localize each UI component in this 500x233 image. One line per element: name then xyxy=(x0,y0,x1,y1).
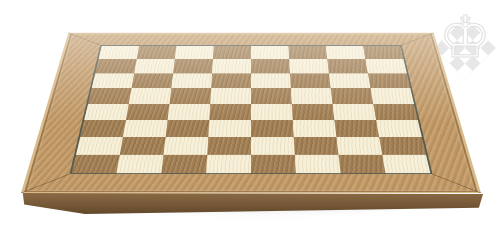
square-c7 xyxy=(173,59,213,73)
square-e8 xyxy=(251,46,289,60)
square-b5 xyxy=(129,88,172,103)
square-g3 xyxy=(334,120,379,137)
board-frame xyxy=(21,33,481,193)
chessboard xyxy=(21,33,481,193)
king-icon: ♔ xyxy=(432,8,498,66)
square-e5 xyxy=(251,88,292,103)
square-e2 xyxy=(251,137,295,155)
square-d3 xyxy=(208,120,251,137)
square-h6 xyxy=(368,73,410,88)
square-g4 xyxy=(332,104,376,120)
square-b7 xyxy=(134,59,175,73)
square-b2 xyxy=(120,137,166,155)
square-f3 xyxy=(293,120,337,137)
playing-field xyxy=(69,45,432,174)
square-d5 xyxy=(210,88,251,103)
square-h3 xyxy=(376,120,422,137)
square-e7 xyxy=(251,59,290,73)
square-g2 xyxy=(336,137,382,155)
square-d8 xyxy=(213,46,251,60)
square-h5 xyxy=(370,88,413,103)
square-e1 xyxy=(251,155,296,174)
square-f4 xyxy=(292,104,335,120)
frame-miter-seam xyxy=(399,33,438,45)
square-b6 xyxy=(132,73,174,88)
square-h8 xyxy=(363,46,404,60)
frame-miter-seam xyxy=(433,174,481,193)
square-e6 xyxy=(251,73,291,88)
square-g5 xyxy=(331,88,374,103)
square-d7 xyxy=(212,59,251,73)
square-e3 xyxy=(251,120,294,137)
square-h1 xyxy=(382,155,430,174)
square-a2 xyxy=(76,137,123,155)
square-c5 xyxy=(170,88,212,103)
square-a3 xyxy=(80,120,126,137)
square-g7 xyxy=(327,59,368,73)
square-c3 xyxy=(166,120,210,137)
square-f6 xyxy=(290,73,331,88)
frame-miter-seam xyxy=(65,33,104,45)
square-c2 xyxy=(164,137,209,155)
square-h7 xyxy=(365,59,406,73)
square-d6 xyxy=(211,73,251,88)
product-photo: ♔ xyxy=(0,0,500,233)
square-h2 xyxy=(379,137,426,155)
square-a1 xyxy=(72,155,120,174)
square-g6 xyxy=(329,73,371,88)
square-d1 xyxy=(206,155,251,174)
square-c8 xyxy=(175,46,214,60)
square-d2 xyxy=(207,137,251,155)
frame-miter-seam xyxy=(21,174,69,193)
square-g8 xyxy=(326,46,366,60)
square-h4 xyxy=(373,104,418,120)
square-f1 xyxy=(295,155,341,174)
square-f5 xyxy=(291,88,333,103)
square-a6 xyxy=(92,73,134,88)
square-a8 xyxy=(99,46,140,60)
square-a5 xyxy=(88,88,131,103)
square-a4 xyxy=(84,104,129,120)
square-c6 xyxy=(171,73,212,88)
square-e4 xyxy=(251,104,293,120)
square-b3 xyxy=(123,120,168,137)
square-g1 xyxy=(338,155,385,174)
square-b8 xyxy=(137,46,177,60)
square-f2 xyxy=(294,137,339,155)
square-b4 xyxy=(126,104,170,120)
square-d4 xyxy=(209,104,251,120)
square-b1 xyxy=(116,155,163,174)
square-a7 xyxy=(95,59,136,73)
square-c4 xyxy=(168,104,211,120)
square-f8 xyxy=(288,46,327,60)
square-c1 xyxy=(161,155,207,174)
square-f7 xyxy=(289,59,329,73)
